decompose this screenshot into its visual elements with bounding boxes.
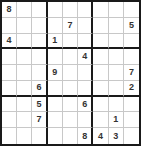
cell-r7c2[interactable] [17, 97, 32, 113]
cell-r7c4[interactable] [48, 97, 63, 113]
cell-r5c4[interactable]: 9 [48, 65, 63, 81]
cell-r9c2[interactable] [17, 128, 32, 144]
cell-r1c7[interactable] [93, 2, 108, 18]
cell-r3c6[interactable] [78, 34, 93, 50]
cell-r7c3[interactable]: 5 [32, 97, 47, 113]
cell-r1c9[interactable] [124, 2, 139, 18]
cell-r2c3[interactable] [32, 18, 47, 34]
cell-r1c1[interactable]: 8 [2, 2, 17, 18]
cell-r6c5[interactable] [63, 81, 78, 97]
cell-r4c5[interactable] [63, 49, 78, 65]
cell-r5c6[interactable] [78, 65, 93, 81]
cell-r1c4[interactable] [48, 2, 63, 18]
cell-r3c5[interactable] [63, 34, 78, 50]
cell-r3c2[interactable] [17, 34, 32, 50]
cell-r3c4[interactable]: 1 [48, 34, 63, 50]
cell-r2c6[interactable] [78, 18, 93, 34]
sudoku-board: 87541497625671843 [0, 0, 141, 146]
cell-r1c3[interactable] [32, 2, 47, 18]
cell-r7c5[interactable] [63, 97, 78, 113]
sudoku-page: 87541497625671843 [0, 0, 141, 150]
cell-r4c7[interactable] [93, 49, 108, 65]
cell-r4c6[interactable]: 4 [78, 49, 93, 65]
cell-r7c6[interactable]: 6 [78, 97, 93, 113]
cell-r8c5[interactable] [63, 112, 78, 128]
cell-r2c4[interactable] [48, 18, 63, 34]
cell-r9c5[interactable] [63, 128, 78, 144]
cell-r9c6[interactable]: 8 [78, 128, 93, 144]
cell-r5c1[interactable] [2, 65, 17, 81]
cell-r8c6[interactable] [78, 112, 93, 128]
cell-r5c8[interactable] [109, 65, 124, 81]
cell-r6c3[interactable]: 6 [32, 81, 47, 97]
cell-r5c9[interactable]: 7 [124, 65, 139, 81]
cell-r8c9[interactable] [124, 112, 139, 128]
cell-r9c3[interactable] [32, 128, 47, 144]
cell-r2c1[interactable] [2, 18, 17, 34]
cell-r4c9[interactable] [124, 49, 139, 65]
cell-r4c1[interactable] [2, 49, 17, 65]
cell-r2c5[interactable]: 7 [63, 18, 78, 34]
cell-r9c7[interactable]: 4 [93, 128, 108, 144]
cell-r9c8[interactable]: 3 [109, 128, 124, 144]
cell-r4c4[interactable] [48, 49, 63, 65]
cell-r6c9[interactable]: 2 [124, 81, 139, 97]
cell-r7c8[interactable] [109, 97, 124, 113]
cell-r8c2[interactable] [17, 112, 32, 128]
cell-r2c8[interactable] [109, 18, 124, 34]
cell-r1c6[interactable] [78, 2, 93, 18]
cell-r4c2[interactable] [17, 49, 32, 65]
cell-r8c4[interactable] [48, 112, 63, 128]
cell-r1c2[interactable] [17, 2, 32, 18]
cell-r6c7[interactable] [93, 81, 108, 97]
cell-r6c1[interactable] [2, 81, 17, 97]
cell-r2c2[interactable] [17, 18, 32, 34]
cell-r8c8[interactable]: 1 [109, 112, 124, 128]
cell-r6c6[interactable] [78, 81, 93, 97]
cell-r9c4[interactable] [48, 128, 63, 144]
cell-r4c8[interactable] [109, 49, 124, 65]
cell-r8c3[interactable]: 7 [32, 112, 47, 128]
cell-r4c3[interactable] [32, 49, 47, 65]
cell-r8c1[interactable] [2, 112, 17, 128]
cell-r5c2[interactable] [17, 65, 32, 81]
cell-r3c3[interactable] [32, 34, 47, 50]
cell-r3c7[interactable] [93, 34, 108, 50]
cell-r5c5[interactable] [63, 65, 78, 81]
cell-r7c7[interactable] [93, 97, 108, 113]
cell-r9c1[interactable] [2, 128, 17, 144]
cell-r3c1[interactable]: 4 [2, 34, 17, 50]
cell-r2c7[interactable] [93, 18, 108, 34]
cell-r1c8[interactable] [109, 2, 124, 18]
cell-r3c8[interactable] [109, 34, 124, 50]
cell-r8c7[interactable] [93, 112, 108, 128]
cell-r7c1[interactable] [2, 97, 17, 113]
cell-r2c9[interactable]: 5 [124, 18, 139, 34]
cell-r7c9[interactable] [124, 97, 139, 113]
cell-r6c2[interactable] [17, 81, 32, 97]
cell-r3c9[interactable] [124, 34, 139, 50]
cell-r1c5[interactable] [63, 2, 78, 18]
cell-r5c3[interactable] [32, 65, 47, 81]
cell-r9c9[interactable] [124, 128, 139, 144]
cell-r6c4[interactable] [48, 81, 63, 97]
cell-r5c7[interactable] [93, 65, 108, 81]
cell-r6c8[interactable] [109, 81, 124, 97]
